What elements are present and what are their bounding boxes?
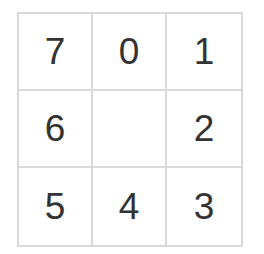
tile-3[interactable]: 3 (167, 168, 241, 245)
tile-2[interactable]: 2 (167, 91, 241, 168)
tile-5[interactable]: 5 (19, 168, 93, 245)
tile-7[interactable]: 7 (19, 14, 93, 91)
puzzle-board: 7 0 1 6 2 5 4 3 (17, 12, 243, 247)
tile-0[interactable]: 0 (93, 14, 167, 91)
tile-6[interactable]: 6 (19, 91, 93, 168)
tile-4[interactable]: 4 (93, 168, 167, 245)
tile-1[interactable]: 1 (167, 14, 241, 91)
empty-cell (93, 91, 167, 168)
